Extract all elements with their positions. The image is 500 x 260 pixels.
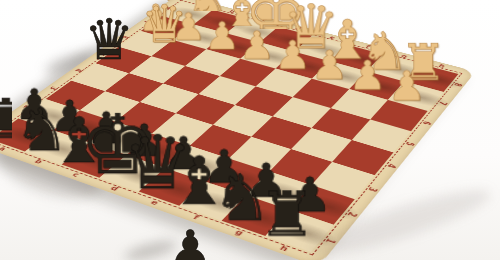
board-3d-wrapper: ♜♞♝♚♛♝♞♜♟♟♟♟♟♟♟♟♟♟♟♟♟♟♟♟♜♞♝♚♛♝♞♜ abcdefg… [0,0,476,260]
product-photo-scene: ♜♞♝♚♛♝♞♜♟♟♟♟♟♟♟♟♟♟♟♟♟♟♟♟♜♞♝♚♛♝♞♜ abcdefg… [0,0,500,260]
cream-pawn-d7[interactable]: ♟ [239,26,275,64]
cream-pawn-f7[interactable]: ♟ [311,45,348,85]
board-mat: ♜♞♝♚♛♝♞♜♟♟♟♟♟♟♟♟♟♟♟♟♟♟♟♟♜♞♝♚♛♝♞♜ abcdefg… [0,0,476,260]
board-grid: ♜♞♝♚♛♝♞♜♟♟♟♟♟♟♟♟♟♟♟♟♟♟♟♟♜♞♝♚♛♝♞♜ [0,2,458,252]
cream-pawn-g7[interactable]: ♟ [349,55,387,95]
extra-black-queen: ♛ [84,12,134,68]
cream-pawn-e7[interactable]: ♟ [274,35,311,74]
cream-pawn-c7[interactable]: ♟ [204,17,240,55]
cream-pawn-h7[interactable]: ♟ [388,65,426,106]
black-rook-h1[interactable]: ♜ [258,184,316,245]
foreground-black-pawn: ♟ [168,224,213,260]
extra-cream-queen: ♛ [141,0,188,50]
